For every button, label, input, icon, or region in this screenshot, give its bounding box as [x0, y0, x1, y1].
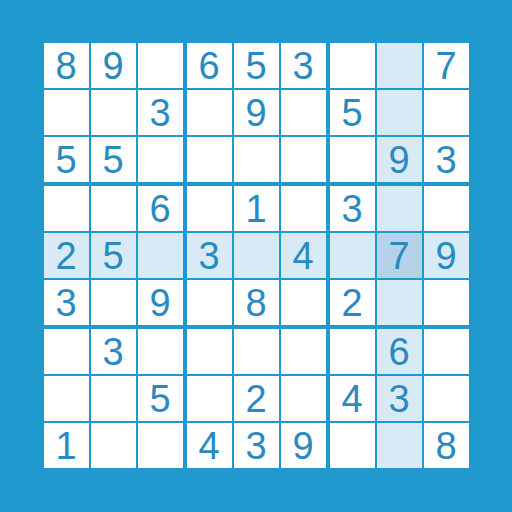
cell-r2c2[interactable] [91, 90, 136, 135]
cell-r5c1[interactable]: 2 [44, 233, 89, 278]
cell-r1c5[interactable]: 5 [234, 43, 279, 88]
box-2-2: 1348 [187, 186, 326, 325]
cell-r1c1[interactable]: 8 [44, 43, 89, 88]
cell-r8c6[interactable] [281, 376, 326, 421]
cell-r9c5[interactable]: 3 [234, 423, 279, 468]
cell-r5c4[interactable]: 3 [187, 233, 232, 278]
cell-r7c5[interactable] [234, 329, 279, 374]
cell-r7c6[interactable] [281, 329, 326, 374]
box-2-1: 62539 [44, 186, 183, 325]
cell-r8c9[interactable] [424, 376, 469, 421]
box-3-3: 6438 [330, 329, 469, 468]
cell-r5c5[interactable] [234, 233, 279, 278]
cell-r3c2[interactable]: 5 [91, 137, 136, 182]
cell-r7c4[interactable] [187, 329, 232, 374]
cell-r1c3[interactable] [138, 43, 183, 88]
cell-r2c8[interactable] [377, 90, 422, 135]
cell-r1c2[interactable]: 9 [91, 43, 136, 88]
cell-r3c9[interactable]: 3 [424, 137, 469, 182]
cell-r5c6[interactable]: 4 [281, 233, 326, 278]
box-1-2: 6539 [187, 43, 326, 182]
cell-r8c2[interactable] [91, 376, 136, 421]
cell-r4c4[interactable] [187, 186, 232, 231]
cell-r4c7[interactable]: 3 [330, 186, 375, 231]
cell-r1c6[interactable]: 3 [281, 43, 326, 88]
cell-r8c5[interactable]: 2 [234, 376, 279, 421]
cell-r2c5[interactable]: 9 [234, 90, 279, 135]
cell-r2c1[interactable] [44, 90, 89, 135]
cell-r3c4[interactable] [187, 137, 232, 182]
cell-r2c6[interactable] [281, 90, 326, 135]
cell-r6c5[interactable]: 8 [234, 280, 279, 325]
cell-r9c4[interactable]: 4 [187, 423, 232, 468]
cell-r4c9[interactable] [424, 186, 469, 231]
cell-r3c8[interactable]: 9 [377, 137, 422, 182]
cell-r4c6[interactable] [281, 186, 326, 231]
cell-r8c8[interactable]: 3 [377, 376, 422, 421]
cell-r2c3[interactable]: 3 [138, 90, 183, 135]
cell-r9c6[interactable]: 9 [281, 423, 326, 468]
cell-r7c8[interactable]: 6 [377, 329, 422, 374]
cell-r2c4[interactable] [187, 90, 232, 135]
cell-r9c8[interactable] [377, 423, 422, 468]
cell-r3c1[interactable]: 5 [44, 137, 89, 182]
cell-r1c7[interactable] [330, 43, 375, 88]
cell-r6c1[interactable]: 3 [44, 280, 89, 325]
cell-r2c9[interactable] [424, 90, 469, 135]
cell-r8c7[interactable]: 4 [330, 376, 375, 421]
cell-r8c1[interactable] [44, 376, 89, 421]
cell-r6c6[interactable] [281, 280, 326, 325]
box-2-3: 3792 [330, 186, 469, 325]
box-3-1: 351 [44, 329, 183, 468]
cell-r6c9[interactable] [424, 280, 469, 325]
cell-r6c4[interactable] [187, 280, 232, 325]
cell-r4c8[interactable] [377, 186, 422, 231]
cell-r8c4[interactable] [187, 376, 232, 421]
cell-r9c1[interactable]: 1 [44, 423, 89, 468]
sudoku-board: 8935565397593625391348379235124396438 [44, 43, 469, 468]
box-1-1: 89355 [44, 43, 183, 182]
cell-r9c3[interactable] [138, 423, 183, 468]
cell-r4c3[interactable]: 6 [138, 186, 183, 231]
cell-r7c7[interactable] [330, 329, 375, 374]
cell-r7c3[interactable] [138, 329, 183, 374]
cell-r7c9[interactable] [424, 329, 469, 374]
cell-r5c2[interactable]: 5 [91, 233, 136, 278]
cell-r5c9[interactable]: 9 [424, 233, 469, 278]
cell-r5c8[interactable]: 7 [377, 233, 422, 278]
cell-r2c7[interactable]: 5 [330, 90, 375, 135]
cell-r9c7[interactable] [330, 423, 375, 468]
cell-r1c8[interactable] [377, 43, 422, 88]
cell-r4c5[interactable]: 1 [234, 186, 279, 231]
cell-r6c2[interactable] [91, 280, 136, 325]
cell-r6c3[interactable]: 9 [138, 280, 183, 325]
cell-r3c5[interactable] [234, 137, 279, 182]
cell-r5c3[interactable] [138, 233, 183, 278]
cell-r5c7[interactable] [330, 233, 375, 278]
cell-r1c4[interactable]: 6 [187, 43, 232, 88]
cell-r9c2[interactable] [91, 423, 136, 468]
cell-r7c2[interactable]: 3 [91, 329, 136, 374]
cell-r6c7[interactable]: 2 [330, 280, 375, 325]
box-3-2: 2439 [187, 329, 326, 468]
cell-r4c1[interactable] [44, 186, 89, 231]
cell-r6c8[interactable] [377, 280, 422, 325]
cell-r4c2[interactable] [91, 186, 136, 231]
cell-r8c3[interactable]: 5 [138, 376, 183, 421]
cell-r3c6[interactable] [281, 137, 326, 182]
cell-r3c7[interactable] [330, 137, 375, 182]
cell-r7c1[interactable] [44, 329, 89, 374]
cell-r3c3[interactable] [138, 137, 183, 182]
cell-r9c9[interactable]: 8 [424, 423, 469, 468]
box-1-3: 7593 [330, 43, 469, 182]
cell-r1c9[interactable]: 7 [424, 43, 469, 88]
